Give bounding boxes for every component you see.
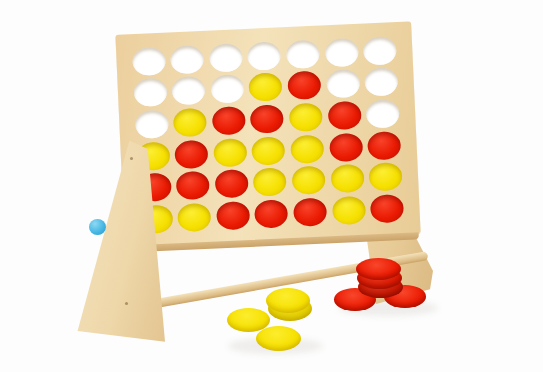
board-cell-r6c3	[213, 199, 253, 232]
board-grid	[129, 34, 407, 236]
board-cell-r4c3	[210, 136, 250, 169]
red-disc	[329, 133, 363, 162]
board-cell-r3c2	[170, 106, 210, 139]
yellow-disc	[330, 164, 364, 193]
empty-hole	[133, 78, 167, 107]
empty-hole	[326, 69, 360, 98]
red-disc	[212, 106, 246, 135]
board-cell-r5c5	[289, 164, 329, 197]
board-cell-r6c6	[329, 194, 369, 227]
yellow-disc-loose	[256, 326, 301, 351]
board-cell-r6c4	[252, 197, 292, 230]
yellow-disc	[252, 136, 286, 165]
board-cell-r2c3	[207, 73, 247, 106]
empty-hole	[247, 41, 281, 70]
yellow-disc	[213, 138, 247, 167]
blue-knob	[89, 219, 106, 235]
red-disc	[215, 169, 249, 198]
empty-hole	[364, 68, 398, 97]
board-cell-r6c7	[367, 192, 407, 225]
red-disc	[176, 171, 210, 200]
board-cell-r6c2	[175, 201, 215, 234]
board-cell-r1c2	[167, 43, 207, 76]
board-cell-r3c3	[209, 104, 249, 137]
board-cell-r2c1	[130, 76, 170, 109]
board-cell-r3c1	[132, 108, 172, 141]
yellow-disc	[173, 108, 207, 137]
red-disc	[327, 101, 361, 130]
board-cell-r3c4	[247, 102, 287, 135]
empty-hole	[209, 43, 243, 72]
empty-hole	[366, 99, 400, 128]
board-cell-r4c7	[364, 129, 404, 162]
red-disc	[175, 140, 209, 169]
red-disc	[370, 194, 404, 223]
board-cell-r4c6	[326, 131, 366, 164]
board-cell-r5c2	[173, 169, 213, 202]
yellow-disc	[369, 162, 403, 191]
empty-hole	[172, 76, 206, 105]
board-cell-r2c2	[169, 74, 209, 107]
board-cell-r3c7	[363, 97, 403, 130]
red-disc	[216, 201, 250, 230]
red-disc	[255, 199, 289, 228]
board-cell-r5c3	[212, 167, 252, 200]
board-cell-r1c4	[244, 39, 284, 72]
board-cell-r3c5	[286, 101, 326, 134]
yellow-disc	[177, 203, 211, 232]
empty-hole	[363, 36, 397, 65]
board-cell-r4c4	[249, 134, 289, 167]
board-cell-r1c5	[283, 37, 323, 70]
yellow-disc	[249, 73, 283, 102]
empty-hole	[132, 46, 166, 75]
board-cell-r5c4	[250, 166, 290, 199]
board-cell-r1c7	[360, 34, 400, 67]
screw-dot	[125, 302, 128, 305]
empty-hole	[135, 110, 169, 139]
board-cell-r1c3	[206, 41, 246, 74]
board-cell-r2c4	[246, 71, 286, 104]
empty-hole	[286, 39, 320, 68]
red-disc	[293, 198, 327, 227]
empty-hole	[210, 75, 244, 104]
yellow-disc	[292, 166, 326, 195]
empty-hole	[324, 38, 358, 67]
red-disc	[250, 104, 284, 133]
board-cell-r2c5	[284, 69, 324, 102]
yellow-disc	[290, 134, 324, 163]
board-cell-r4c5	[287, 132, 327, 165]
game-board	[115, 21, 420, 246]
screw-dot	[130, 157, 133, 160]
yellow-disc	[332, 196, 366, 225]
connect-four-photo	[0, 0, 543, 372]
yellow-disc	[289, 103, 323, 132]
board-cell-r4c2	[172, 138, 212, 171]
board-cell-r6c5	[290, 196, 330, 229]
board-cell-r5c6	[327, 162, 367, 195]
board-cell-r1c1	[129, 44, 169, 77]
board-cell-r2c6	[323, 67, 363, 100]
red-disc	[287, 71, 321, 100]
yellow-disc-loose	[266, 288, 310, 313]
board-cell-r2c7	[361, 66, 401, 99]
red-disc-loose	[356, 258, 401, 280]
board-cell-r3c6	[324, 99, 364, 132]
board-cell-r1c6	[322, 36, 362, 69]
empty-hole	[170, 45, 204, 74]
red-disc	[367, 131, 401, 160]
board-cell-r5c7	[366, 160, 406, 193]
yellow-disc	[253, 168, 287, 197]
